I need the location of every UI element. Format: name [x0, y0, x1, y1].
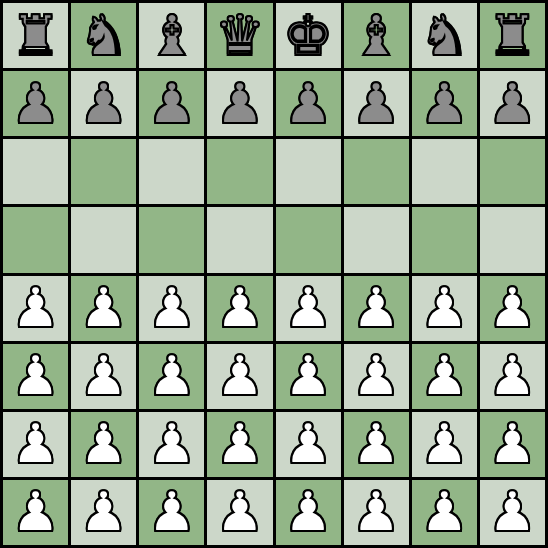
- square-c5[interactable]: [139, 207, 204, 272]
- piece-white-pawn[interactable]: ♟: [487, 484, 537, 540]
- piece-white-pawn[interactable]: ♟: [79, 348, 129, 404]
- square-h7[interactable]: ♟: [480, 71, 545, 136]
- square-g3[interactable]: ♟: [412, 344, 477, 409]
- square-g4[interactable]: ♟: [412, 276, 477, 341]
- square-e1[interactable]: ♟: [276, 480, 341, 545]
- piece-black-pawn[interactable]: ♟: [351, 76, 401, 132]
- piece-white-pawn[interactable]: ♟: [215, 348, 265, 404]
- square-c2[interactable]: ♟: [139, 412, 204, 477]
- square-a1[interactable]: ♟: [3, 480, 68, 545]
- square-b8[interactable]: ♞: [71, 3, 136, 68]
- piece-white-pawn[interactable]: ♟: [487, 348, 537, 404]
- piece-white-pawn[interactable]: ♟: [215, 484, 265, 540]
- piece-white-pawn[interactable]: ♟: [147, 348, 197, 404]
- piece-white-pawn[interactable]: ♟: [147, 484, 197, 540]
- piece-black-pawn[interactable]: ♟: [283, 76, 333, 132]
- square-f2[interactable]: ♟: [344, 412, 409, 477]
- piece-white-pawn[interactable]: ♟: [147, 416, 197, 472]
- piece-white-pawn[interactable]: ♟: [487, 280, 537, 336]
- piece-black-queen[interactable]: ♛: [215, 8, 265, 64]
- piece-white-pawn[interactable]: ♟: [215, 280, 265, 336]
- square-f6[interactable]: [344, 139, 409, 204]
- square-b7[interactable]: ♟: [71, 71, 136, 136]
- square-g1[interactable]: ♟: [412, 480, 477, 545]
- piece-white-pawn[interactable]: ♟: [283, 348, 333, 404]
- square-b2[interactable]: ♟: [71, 412, 136, 477]
- square-f7[interactable]: ♟: [344, 71, 409, 136]
- piece-black-pawn[interactable]: ♟: [419, 76, 469, 132]
- square-e4[interactable]: ♟: [276, 276, 341, 341]
- square-f4[interactable]: ♟: [344, 276, 409, 341]
- piece-white-pawn[interactable]: ♟: [215, 416, 265, 472]
- square-f8[interactable]: ♝: [344, 3, 409, 68]
- square-e7[interactable]: ♟: [276, 71, 341, 136]
- square-c6[interactable]: [139, 139, 204, 204]
- piece-white-pawn[interactable]: ♟: [487, 416, 537, 472]
- piece-white-pawn[interactable]: ♟: [351, 416, 401, 472]
- piece-white-pawn[interactable]: ♟: [10, 484, 60, 540]
- piece-black-pawn[interactable]: ♟: [215, 76, 265, 132]
- square-c3[interactable]: ♟: [139, 344, 204, 409]
- piece-white-pawn[interactable]: ♟: [147, 280, 197, 336]
- piece-white-pawn[interactable]: ♟: [351, 348, 401, 404]
- piece-black-pawn[interactable]: ♟: [10, 76, 60, 132]
- square-e5[interactable]: [276, 207, 341, 272]
- chess-board: ♜♞♝♛♚♝♞♜♟♟♟♟♟♟♟♟♟♟♟♟♟♟♟♟♟♟♟♟♟♟♟♟♟♟♟♟♟♟♟♟…: [0, 0, 548, 548]
- piece-black-bishop[interactable]: ♝: [147, 8, 197, 64]
- square-a4[interactable]: ♟: [3, 276, 68, 341]
- piece-black-pawn[interactable]: ♟: [79, 76, 129, 132]
- square-d5[interactable]: [207, 207, 272, 272]
- piece-white-pawn[interactable]: ♟: [419, 280, 469, 336]
- square-d3[interactable]: ♟: [207, 344, 272, 409]
- square-c8[interactable]: ♝: [139, 3, 204, 68]
- square-b3[interactable]: ♟: [71, 344, 136, 409]
- square-d6[interactable]: [207, 139, 272, 204]
- square-g8[interactable]: ♞: [412, 3, 477, 68]
- square-e6[interactable]: [276, 139, 341, 204]
- square-a5[interactable]: [3, 207, 68, 272]
- piece-white-pawn[interactable]: ♟: [79, 484, 129, 540]
- square-h3[interactable]: ♟: [480, 344, 545, 409]
- square-b5[interactable]: [71, 207, 136, 272]
- piece-white-pawn[interactable]: ♟: [10, 280, 60, 336]
- square-b6[interactable]: [71, 139, 136, 204]
- square-h6[interactable]: [480, 139, 545, 204]
- square-h1[interactable]: ♟: [480, 480, 545, 545]
- square-f5[interactable]: [344, 207, 409, 272]
- square-a2[interactable]: ♟: [3, 412, 68, 477]
- square-g6[interactable]: [412, 139, 477, 204]
- piece-white-pawn[interactable]: ♟: [79, 416, 129, 472]
- square-d2[interactable]: ♟: [207, 412, 272, 477]
- piece-white-pawn[interactable]: ♟: [283, 416, 333, 472]
- piece-white-pawn[interactable]: ♟: [419, 416, 469, 472]
- piece-white-pawn[interactable]: ♟: [419, 348, 469, 404]
- square-c1[interactable]: ♟: [139, 480, 204, 545]
- square-g5[interactable]: [412, 207, 477, 272]
- square-h5[interactable]: [480, 207, 545, 272]
- square-e3[interactable]: ♟: [276, 344, 341, 409]
- square-d1[interactable]: ♟: [207, 480, 272, 545]
- piece-black-bishop[interactable]: ♝: [351, 8, 401, 64]
- square-h4[interactable]: ♟: [480, 276, 545, 341]
- piece-black-pawn[interactable]: ♟: [487, 76, 537, 132]
- piece-white-pawn[interactable]: ♟: [10, 348, 60, 404]
- square-g2[interactable]: ♟: [412, 412, 477, 477]
- piece-black-rook[interactable]: ♜: [10, 8, 60, 64]
- square-e8[interactable]: ♚: [276, 3, 341, 68]
- piece-white-pawn[interactable]: ♟: [419, 484, 469, 540]
- piece-white-pawn[interactable]: ♟: [351, 280, 401, 336]
- square-d7[interactable]: ♟: [207, 71, 272, 136]
- piece-black-knight[interactable]: ♞: [419, 8, 469, 64]
- square-b1[interactable]: ♟: [71, 480, 136, 545]
- square-d4[interactable]: ♟: [207, 276, 272, 341]
- square-c7[interactable]: ♟: [139, 71, 204, 136]
- square-h8[interactable]: ♜: [480, 3, 545, 68]
- square-a7[interactable]: ♟: [3, 71, 68, 136]
- square-f3[interactable]: ♟: [344, 344, 409, 409]
- square-a3[interactable]: ♟: [3, 344, 68, 409]
- piece-white-pawn[interactable]: ♟: [351, 484, 401, 540]
- piece-white-pawn[interactable]: ♟: [79, 280, 129, 336]
- square-b4[interactable]: ♟: [71, 276, 136, 341]
- square-c4[interactable]: ♟: [139, 276, 204, 341]
- piece-white-pawn[interactable]: ♟: [10, 416, 60, 472]
- square-g7[interactable]: ♟: [412, 71, 477, 136]
- piece-white-pawn[interactable]: ♟: [283, 280, 333, 336]
- square-e2[interactable]: ♟: [276, 412, 341, 477]
- square-a6[interactable]: [3, 139, 68, 204]
- square-f1[interactable]: ♟: [344, 480, 409, 545]
- piece-black-pawn[interactable]: ♟: [147, 76, 197, 132]
- piece-black-king[interactable]: ♚: [283, 8, 333, 64]
- piece-white-pawn[interactable]: ♟: [283, 484, 333, 540]
- square-d8[interactable]: ♛: [207, 3, 272, 68]
- square-a8[interactable]: ♜: [3, 3, 68, 68]
- square-h2[interactable]: ♟: [480, 412, 545, 477]
- piece-black-rook[interactable]: ♜: [487, 8, 537, 64]
- piece-black-knight[interactable]: ♞: [79, 8, 129, 64]
